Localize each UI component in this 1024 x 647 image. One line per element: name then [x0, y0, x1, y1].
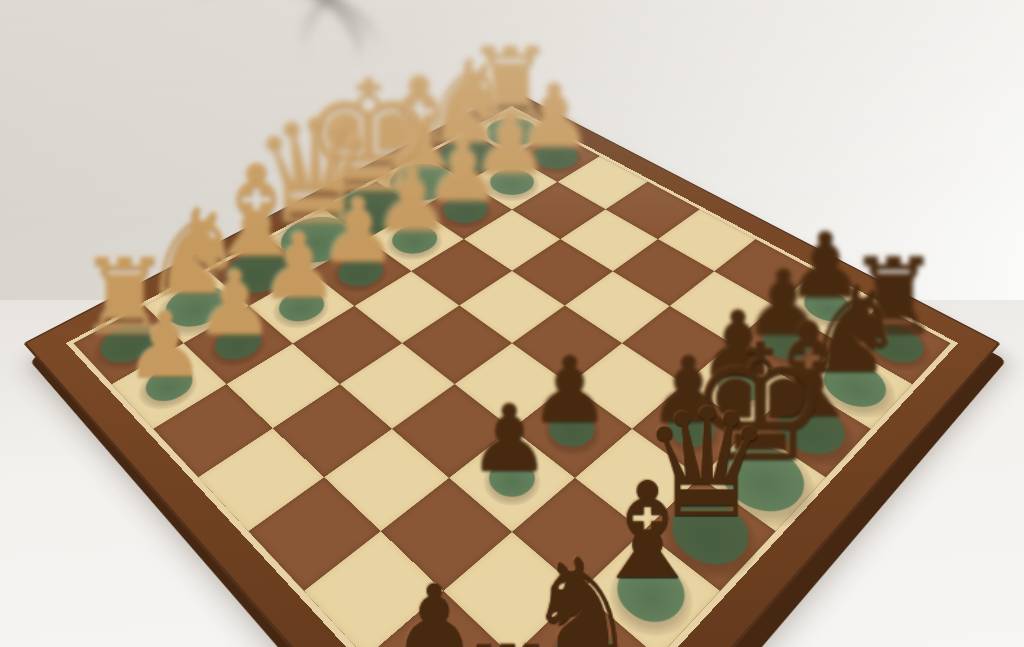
white-pawn-a2: ♟	[124, 299, 206, 390]
black-pawn-c6: ♟	[468, 392, 551, 484]
black-rook-a8: ♜	[459, 630, 558, 647]
white-pawn-b2: ♟	[194, 258, 275, 349]
chess-board: ♜♟♟♜♞♟♟♞♝♟♟♝♚♟♟♚♛♟♟♛♝♟♟♝♞♟♞♜♟♟♜	[23, 89, 1001, 647]
square-d4	[402, 305, 512, 383]
chess-scene: ♜♟♟♜♞♟♟♞♝♟♟♝♚♟♟♚♛♟♟♛♝♟♟♝♞♟♞♜♟♟♜	[0, 0, 1024, 647]
